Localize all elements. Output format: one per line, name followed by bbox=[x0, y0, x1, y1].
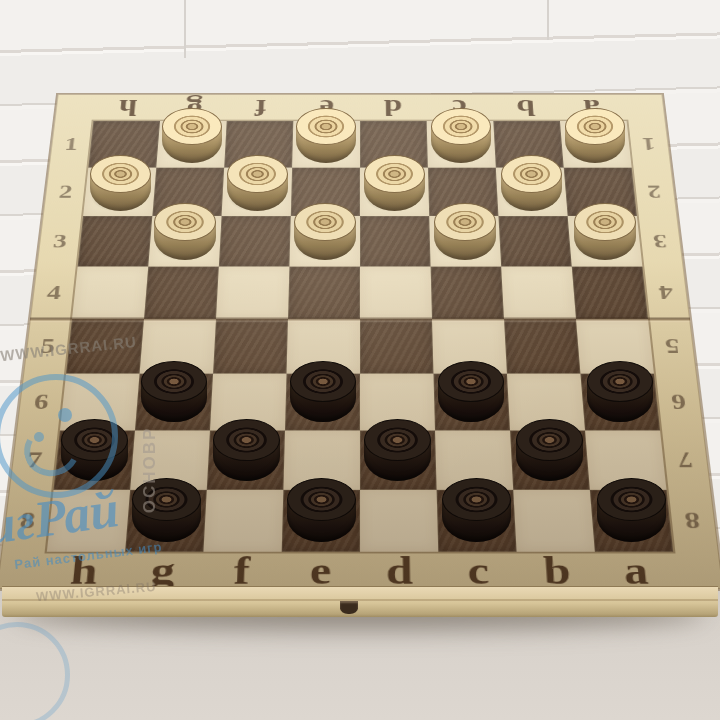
square-f5[interactable] bbox=[213, 319, 288, 374]
square-b4[interactable] bbox=[501, 267, 576, 319]
piece-black-g8[interactable] bbox=[132, 478, 201, 542]
piece-top-rings bbox=[61, 419, 128, 461]
label-right-4: 4 bbox=[642, 267, 690, 319]
piece-top-rings bbox=[227, 155, 288, 193]
piece-white-a3[interactable] bbox=[574, 203, 636, 260]
label-left-5: 5 bbox=[23, 319, 72, 374]
label-bottom-a: a bbox=[595, 552, 677, 589]
label-right-3: 3 bbox=[637, 216, 684, 266]
label-bottom-c: c bbox=[438, 552, 518, 589]
square-f8[interactable] bbox=[203, 490, 283, 552]
piece-white-e3[interactable] bbox=[294, 203, 356, 260]
piece-top-rings bbox=[431, 108, 491, 145]
square-h3[interactable] bbox=[78, 216, 153, 266]
piece-black-a6[interactable] bbox=[587, 361, 653, 422]
label-left-8: 8 bbox=[1, 490, 53, 552]
piece-top-rings bbox=[516, 419, 583, 461]
piece-white-g3[interactable] bbox=[154, 203, 216, 260]
label-top-b: b bbox=[492, 94, 560, 120]
square-e4[interactable] bbox=[288, 267, 360, 319]
label-top-h: h bbox=[93, 94, 162, 120]
label-bottom-h: h bbox=[43, 552, 125, 589]
piece-black-c8[interactable] bbox=[442, 478, 511, 542]
label-right-8: 8 bbox=[666, 490, 718, 552]
piece-top-rings bbox=[442, 478, 511, 521]
piece-top-rings bbox=[364, 155, 425, 193]
piece-top-rings bbox=[296, 108, 356, 145]
piece-white-c1[interactable] bbox=[431, 108, 491, 163]
folding-box-front-edge bbox=[2, 586, 718, 617]
piece-top-rings bbox=[294, 203, 356, 241]
piece-top-rings bbox=[587, 361, 653, 402]
square-c4[interactable] bbox=[431, 267, 504, 319]
piece-top-rings bbox=[213, 419, 280, 461]
piece-black-e8[interactable] bbox=[287, 478, 356, 542]
square-h5[interactable] bbox=[66, 319, 144, 374]
piece-top-rings bbox=[287, 478, 356, 521]
label-bottom-f: f bbox=[201, 552, 281, 589]
square-d4[interactable] bbox=[360, 267, 432, 319]
label-right-2: 2 bbox=[632, 168, 678, 217]
piece-top-rings bbox=[597, 478, 666, 521]
square-b5[interactable] bbox=[504, 319, 580, 374]
piece-white-g1[interactable] bbox=[162, 108, 222, 163]
piece-black-g6[interactable] bbox=[141, 361, 207, 422]
square-g4[interactable] bbox=[144, 267, 219, 319]
piece-top-rings bbox=[501, 155, 562, 193]
label-left-4: 4 bbox=[30, 267, 78, 319]
piece-black-h7[interactable] bbox=[61, 419, 128, 481]
square-f4[interactable] bbox=[216, 267, 289, 319]
label-right-7: 7 bbox=[660, 430, 711, 489]
piece-top-rings bbox=[154, 203, 216, 241]
piece-black-e6[interactable] bbox=[290, 361, 356, 422]
piece-top-rings bbox=[434, 203, 496, 241]
label-top-d: d bbox=[360, 94, 427, 120]
square-f3[interactable] bbox=[219, 216, 291, 266]
piece-white-h2[interactable] bbox=[90, 155, 151, 211]
piece-black-b7[interactable] bbox=[516, 419, 583, 481]
label-left-3: 3 bbox=[36, 216, 83, 266]
piece-white-a1[interactable] bbox=[565, 108, 625, 163]
piece-white-f2[interactable] bbox=[227, 155, 288, 211]
piece-top-rings bbox=[141, 361, 207, 402]
label-bottom-b: b bbox=[517, 552, 598, 589]
piece-top-rings bbox=[438, 361, 504, 402]
label-right-5: 5 bbox=[648, 319, 697, 374]
piece-top-rings bbox=[90, 155, 151, 193]
square-d3[interactable] bbox=[360, 216, 431, 266]
label-right-6: 6 bbox=[654, 374, 704, 431]
label-top-f: f bbox=[227, 94, 294, 120]
square-h8[interactable] bbox=[47, 490, 130, 552]
piece-white-e1[interactable] bbox=[296, 108, 356, 163]
piece-top-rings bbox=[565, 108, 625, 145]
square-d5[interactable] bbox=[360, 319, 433, 374]
piece-black-f7[interactable] bbox=[213, 419, 280, 481]
piece-top-rings bbox=[290, 361, 356, 402]
square-b8[interactable] bbox=[513, 490, 595, 552]
label-bottom-e: e bbox=[281, 552, 360, 589]
piece-top-rings bbox=[364, 419, 431, 461]
piece-top-rings bbox=[574, 203, 636, 241]
label-bottom-d: d bbox=[360, 552, 439, 589]
label-right-1: 1 bbox=[627, 121, 672, 168]
piece-black-c6[interactable] bbox=[438, 361, 504, 422]
piece-top-rings bbox=[162, 108, 222, 145]
square-a4[interactable] bbox=[572, 267, 648, 319]
square-h4[interactable] bbox=[72, 267, 148, 319]
label-left-6: 6 bbox=[16, 374, 66, 431]
label-bottom-g: g bbox=[122, 552, 203, 589]
piece-white-d2[interactable] bbox=[364, 155, 425, 211]
box-clasp bbox=[340, 601, 358, 614]
wood-grain-line bbox=[2, 599, 718, 601]
folding-hinge-seam bbox=[30, 318, 690, 321]
square-d8[interactable] bbox=[360, 490, 438, 552]
piece-white-b2[interactable] bbox=[501, 155, 562, 211]
piece-top-rings bbox=[132, 478, 201, 521]
piece-black-a8[interactable] bbox=[597, 478, 666, 542]
label-left-1: 1 bbox=[49, 121, 94, 168]
piece-black-d7[interactable] bbox=[364, 419, 431, 481]
square-b3[interactable] bbox=[498, 216, 571, 266]
piece-white-c3[interactable] bbox=[434, 203, 496, 260]
